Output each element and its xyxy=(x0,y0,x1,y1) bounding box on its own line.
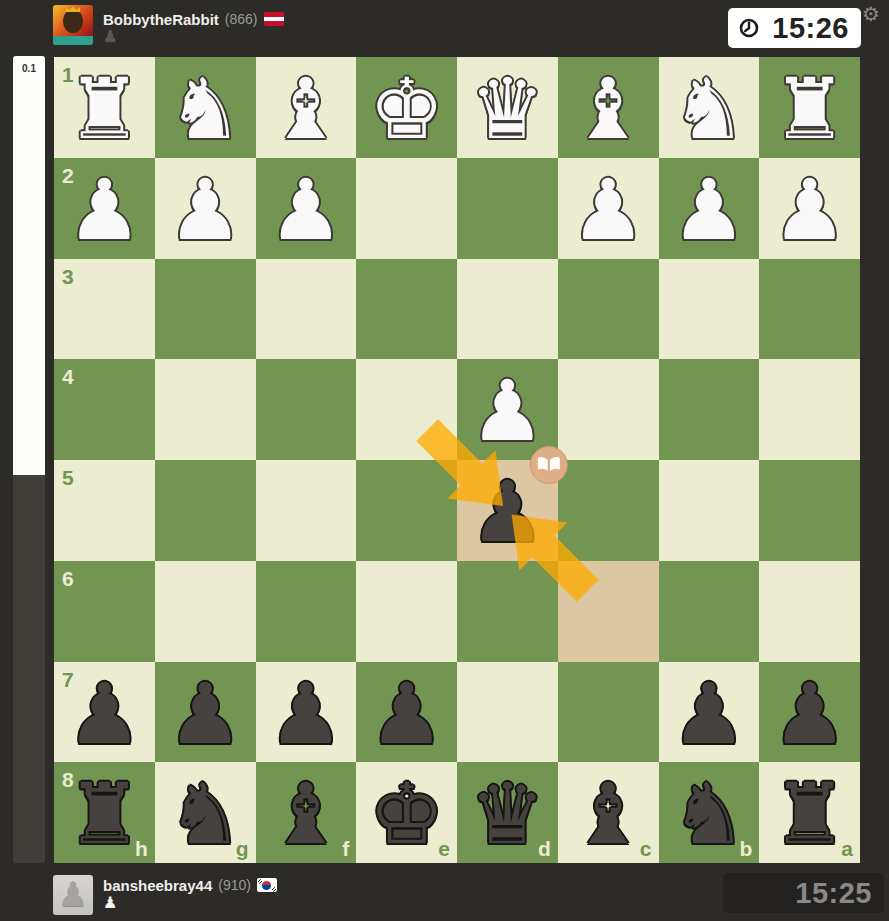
square-a7[interactable]: ♟︎ xyxy=(759,662,860,763)
top-player-row: BobbytheRabbit (866) xyxy=(103,10,284,28)
square-g7[interactable]: ♟︎ xyxy=(155,662,256,763)
square-d3[interactable] xyxy=(457,259,558,360)
austria-flag-icon xyxy=(264,12,284,26)
square-g4[interactable] xyxy=(155,359,256,460)
square-f5[interactable] xyxy=(256,460,357,561)
square-b1[interactable]: ♞︎ xyxy=(659,57,760,158)
square-c7[interactable] xyxy=(558,662,659,763)
white-rook-a1[interactable]: ♜︎ xyxy=(759,57,860,161)
avatar-portrait xyxy=(63,10,83,33)
square-g8[interactable]: ♞︎g xyxy=(155,762,256,863)
black-pawn-f7[interactable]: ♟︎ xyxy=(256,662,357,766)
black-pawn-e7[interactable]: ♟︎ xyxy=(356,662,457,766)
square-b5[interactable] xyxy=(659,460,760,561)
top-player-clock: 15:26 xyxy=(728,8,861,48)
square-a3[interactable] xyxy=(759,259,860,360)
square-f2[interactable]: ♟︎ xyxy=(256,158,357,259)
square-h6[interactable]: 6 xyxy=(54,561,155,662)
rank-label-7: 7 xyxy=(62,668,74,692)
captured-pawn-icon-bottom: ♟ xyxy=(103,895,117,911)
square-c5[interactable] xyxy=(558,460,659,561)
chess-board[interactable]: ♜︎1♞︎♝︎♚︎♛︎♝︎♞︎♜︎♟︎2♟︎♟︎♟︎♟︎♟︎34♟︎5♟︎6♟︎… xyxy=(54,57,860,863)
square-g6[interactable] xyxy=(155,561,256,662)
file-label-h: h xyxy=(135,837,148,861)
top-player-rating: (866) xyxy=(225,11,258,27)
white-knight-b1[interactable]: ♞︎ xyxy=(659,57,760,161)
square-e3[interactable] xyxy=(356,259,457,360)
square-f4[interactable] xyxy=(256,359,357,460)
rank-label-3: 3 xyxy=(62,265,74,289)
square-h3[interactable]: 3 xyxy=(54,259,155,360)
square-h4[interactable]: 4 xyxy=(54,359,155,460)
square-e7[interactable]: ♟︎ xyxy=(356,662,457,763)
avatar-top-player[interactable] xyxy=(53,5,93,45)
chess-game-screen: BobbytheRabbit (866) ♟ 15:26 ⚙ 0.1 ♜︎1♞︎… xyxy=(0,0,889,921)
square-b6[interactable] xyxy=(659,561,760,662)
file-label-d: d xyxy=(538,837,551,861)
rank-label-6: 6 xyxy=(62,567,74,591)
top-player-name[interactable]: BobbytheRabbit xyxy=(103,11,219,28)
square-f6[interactable] xyxy=(256,561,357,662)
avatar-shirt xyxy=(53,36,93,45)
square-e2[interactable] xyxy=(356,158,457,259)
white-knight-g1[interactable]: ♞︎ xyxy=(155,57,256,161)
square-a5[interactable] xyxy=(759,460,860,561)
square-d5[interactable]: ♟︎ xyxy=(457,460,558,561)
square-g2[interactable]: ♟︎ xyxy=(155,158,256,259)
bottom-player-row: bansheebray44 (910) xyxy=(103,876,277,894)
square-h8[interactable]: ♜︎8h xyxy=(54,762,155,863)
square-c3[interactable] xyxy=(558,259,659,360)
square-g1[interactable]: ♞︎ xyxy=(155,57,256,158)
square-g3[interactable] xyxy=(155,259,256,360)
square-b8[interactable]: ♞︎b xyxy=(659,762,760,863)
square-e5[interactable] xyxy=(356,460,457,561)
file-label-g: g xyxy=(236,837,249,861)
clock-icon xyxy=(738,17,760,39)
file-label-b: b xyxy=(739,837,752,861)
square-a8[interactable]: ♜︎a xyxy=(759,762,860,863)
square-b3[interactable] xyxy=(659,259,760,360)
south-korea-flag-icon xyxy=(257,878,277,892)
white-pawn-f2[interactable]: ♟︎ xyxy=(256,158,357,262)
bottom-player-clock: 15:25 xyxy=(723,873,884,913)
square-h2[interactable]: ♟︎2 xyxy=(54,158,155,259)
bottom-clock-time: 15:25 xyxy=(795,877,872,910)
rank-label-1: 1 xyxy=(62,63,74,87)
square-e4[interactable] xyxy=(356,359,457,460)
settings-gear-icon[interactable]: ⚙ xyxy=(862,2,880,26)
square-b4[interactable] xyxy=(659,359,760,460)
white-pawn-d4[interactable]: ♟︎ xyxy=(457,359,558,463)
square-b2[interactable]: ♟︎ xyxy=(659,158,760,259)
avatar-bottom-player[interactable]: ♟ xyxy=(53,875,93,915)
white-pawn-a2[interactable]: ♟︎ xyxy=(759,158,860,262)
bottom-player-rating: (910) xyxy=(218,877,251,893)
evaluation-bar-white-section xyxy=(13,56,45,475)
square-e8[interactable]: ♚︎e xyxy=(356,762,457,863)
square-b7[interactable]: ♟︎ xyxy=(659,662,760,763)
evaluation-bar: 0.1 xyxy=(13,56,45,863)
avatar-crown xyxy=(66,7,80,12)
rank-label-5: 5 xyxy=(62,466,74,490)
captured-pawn-icon-top: ♟ xyxy=(103,29,117,45)
white-bishop-c1[interactable]: ♝︎ xyxy=(558,57,659,161)
square-a6[interactable] xyxy=(759,561,860,662)
black-pawn-g7[interactable]: ♟︎ xyxy=(155,662,256,766)
evaluation-value: 0.1 xyxy=(13,63,45,74)
square-d4[interactable]: ♟︎ xyxy=(457,359,558,460)
square-h1[interactable]: ♜︎1 xyxy=(54,57,155,158)
white-bishop-f1[interactable]: ♝︎ xyxy=(256,57,357,161)
file-label-c: c xyxy=(640,837,652,861)
square-f8[interactable]: ♝︎f xyxy=(256,762,357,863)
square-f3[interactable] xyxy=(256,259,357,360)
square-a1[interactable]: ♜︎ xyxy=(759,57,860,158)
white-pawn-g2[interactable]: ♟︎ xyxy=(155,158,256,262)
black-pawn-b7[interactable]: ♟︎ xyxy=(659,662,760,766)
rank-label-8: 8 xyxy=(62,768,74,792)
file-label-f: f xyxy=(342,837,349,861)
square-f7[interactable]: ♟︎ xyxy=(256,662,357,763)
square-a2[interactable]: ♟︎ xyxy=(759,158,860,259)
square-d7[interactable] xyxy=(457,662,558,763)
rank-label-4: 4 xyxy=(62,365,74,389)
square-e1[interactable]: ♚︎ xyxy=(356,57,457,158)
square-f1[interactable]: ♝︎ xyxy=(256,57,357,158)
avatar-pawn-image: ♟ xyxy=(53,875,93,915)
black-bishop-f8[interactable]: ♝︎ xyxy=(256,762,357,866)
file-label-a: a xyxy=(841,837,853,861)
square-d6[interactable] xyxy=(457,561,558,662)
file-label-e: e xyxy=(438,837,450,861)
square-h7[interactable]: ♟︎7 xyxy=(54,662,155,763)
black-pawn-d5[interactable]: ♟︎ xyxy=(457,460,558,564)
square-h5[interactable]: 5 xyxy=(54,460,155,561)
rank-label-2: 2 xyxy=(62,164,74,188)
white-pawn-b2[interactable]: ♟︎ xyxy=(659,158,760,262)
square-e6[interactable] xyxy=(356,561,457,662)
square-c8[interactable]: ♝︎c xyxy=(558,762,659,863)
white-king-e1[interactable]: ♚︎ xyxy=(356,57,457,161)
bottom-player-name[interactable]: bansheebray44 xyxy=(103,877,212,894)
square-a4[interactable] xyxy=(759,359,860,460)
square-c4[interactable] xyxy=(558,359,659,460)
top-clock-time: 15:26 xyxy=(772,12,849,45)
white-pawn-c2[interactable]: ♟︎ xyxy=(558,158,659,262)
square-c2[interactable]: ♟︎ xyxy=(558,158,659,259)
black-pawn-a7[interactable]: ♟︎ xyxy=(759,662,860,766)
square-d8[interactable]: ♛︎d xyxy=(457,762,558,863)
white-queen-d1[interactable]: ♛︎ xyxy=(457,57,558,161)
square-d2[interactable] xyxy=(457,158,558,259)
square-d1[interactable]: ♛︎ xyxy=(457,57,558,158)
square-c6[interactable] xyxy=(558,561,659,662)
square-g5[interactable] xyxy=(155,460,256,561)
square-c1[interactable]: ♝︎ xyxy=(558,57,659,158)
